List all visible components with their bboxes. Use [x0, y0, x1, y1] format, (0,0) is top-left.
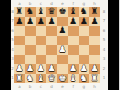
white-pawn: ♟	[91, 64, 99, 73]
square-b1[interactable]: ♞	[25, 74, 36, 84]
white-rook: ♜	[15, 74, 23, 83]
white-pawn: ♟	[15, 64, 23, 73]
square-e2[interactable]	[57, 64, 68, 74]
square-f6[interactable]	[68, 26, 79, 36]
file-label-b: b	[25, 0, 36, 7]
rank-label-7: 7	[100, 17, 108, 27]
file-label-e: e	[57, 0, 68, 7]
file-label-f: f	[68, 83, 79, 90]
square-e7[interactable]	[57, 17, 68, 27]
rank-label-5: 5	[100, 36, 108, 46]
chess-board: ♜♞♝♛♚♝♞♜♟♟♟♟♟♟♟♟♟♟♟♟♟♟♟♟♜♞♝♛♚♝♞♜	[14, 7, 100, 83]
square-a3[interactable]	[14, 55, 25, 65]
square-f7[interactable]: ♟	[68, 17, 79, 27]
square-g5[interactable]	[79, 36, 90, 46]
white-pawn: ♟	[58, 45, 66, 54]
square-f4[interactable]	[68, 45, 79, 55]
black-king: ♚	[58, 7, 66, 16]
black-queen: ♛	[48, 7, 56, 16]
white-knight: ♞	[80, 74, 88, 83]
square-e4[interactable]: ♟	[57, 45, 68, 55]
square-c3[interactable]	[36, 55, 47, 65]
chess-board-frame: abcdefgh 87654321 ♜♞♝♛♚♝♞♜♟♟♟♟♟♟♟♟♟♟♟♟♟♟…	[11, 0, 108, 90]
square-d5[interactable]	[46, 36, 57, 46]
square-e1[interactable]: ♚	[57, 74, 68, 84]
rank-label-2: 2	[100, 64, 108, 74]
square-h2[interactable]: ♟	[89, 64, 100, 74]
right-edge-highlight	[119, 0, 120, 90]
white-pawn: ♟	[26, 64, 34, 73]
square-c2[interactable]: ♟	[36, 64, 47, 74]
file-labels-bottom: abcdefgh	[14, 83, 100, 90]
square-h7[interactable]: ♟	[89, 17, 100, 27]
square-c5[interactable]	[36, 36, 47, 46]
white-knight: ♞	[26, 74, 34, 83]
square-f8[interactable]: ♝	[68, 7, 79, 17]
square-b6[interactable]	[25, 26, 36, 36]
white-bishop: ♝	[37, 74, 45, 83]
rank-label-6: 6	[100, 26, 108, 36]
black-knight: ♞	[26, 7, 34, 16]
file-label-g: g	[79, 0, 90, 7]
square-f5[interactable]	[68, 36, 79, 46]
file-label-c: c	[36, 83, 47, 90]
square-g3[interactable]	[79, 55, 90, 65]
black-pawn: ♟	[58, 26, 66, 35]
file-label-d: d	[46, 83, 57, 90]
square-f3[interactable]	[68, 55, 79, 65]
black-pawn: ♟	[48, 17, 56, 26]
square-g6[interactable]	[79, 26, 90, 36]
square-a5[interactable]	[14, 36, 25, 46]
square-g8[interactable]: ♞	[79, 7, 90, 17]
black-pawn: ♟	[80, 17, 88, 26]
file-label-g: g	[79, 83, 90, 90]
square-g7[interactable]: ♟	[79, 17, 90, 27]
black-rook: ♜	[91, 7, 99, 16]
white-pawn: ♟	[69, 64, 77, 73]
black-pawn: ♟	[37, 17, 45, 26]
square-h4[interactable]	[89, 45, 100, 55]
black-bishop: ♝	[37, 7, 45, 16]
white-pawn: ♟	[37, 64, 45, 73]
square-a7[interactable]: ♟	[14, 17, 25, 27]
white-pawn: ♟	[48, 64, 56, 73]
square-b8[interactable]: ♞	[25, 7, 36, 17]
square-h1[interactable]: ♜	[89, 74, 100, 84]
letterbox-left	[0, 0, 11, 90]
black-knight: ♞	[80, 7, 88, 16]
square-d6[interactable]	[46, 26, 57, 36]
square-c1[interactable]: ♝	[36, 74, 47, 84]
square-a8[interactable]: ♜	[14, 7, 25, 17]
square-b3[interactable]	[25, 55, 36, 65]
black-bishop: ♝	[69, 7, 77, 16]
square-c6[interactable]	[36, 26, 47, 36]
square-c7[interactable]: ♟	[36, 17, 47, 27]
square-e8[interactable]: ♚	[57, 7, 68, 17]
square-b5[interactable]	[25, 36, 36, 46]
square-d3[interactable]	[46, 55, 57, 65]
file-label-c: c	[36, 0, 47, 7]
square-d8[interactable]: ♛	[46, 7, 57, 17]
square-d1[interactable]: ♛	[46, 74, 57, 84]
square-h3[interactable]	[89, 55, 100, 65]
video-frame: abcdefgh 87654321 ♜♞♝♛♚♝♞♜♟♟♟♟♟♟♟♟♟♟♟♟♟♟…	[0, 0, 120, 90]
square-c8[interactable]: ♝	[36, 7, 47, 17]
file-label-d: d	[46, 0, 57, 7]
square-d2[interactable]: ♟	[46, 64, 57, 74]
black-pawn: ♟	[15, 17, 23, 26]
white-queen: ♛	[48, 74, 56, 83]
square-g1[interactable]: ♞	[79, 74, 90, 84]
file-label-h: h	[89, 0, 100, 7]
rank-label-8: 8	[100, 7, 108, 17]
white-king: ♚	[58, 74, 66, 83]
file-labels-top: abcdefgh	[14, 0, 100, 7]
square-a1[interactable]: ♜	[14, 74, 25, 84]
square-b7[interactable]: ♟	[25, 17, 36, 27]
square-c4[interactable]	[36, 45, 47, 55]
square-h8[interactable]: ♜	[89, 7, 100, 17]
square-d4[interactable]	[46, 45, 57, 55]
black-rook: ♜	[15, 7, 23, 16]
rank-label-3: 3	[100, 55, 108, 65]
file-label-f: f	[68, 0, 79, 7]
rank-label-4: 4	[100, 45, 108, 55]
file-label-b: b	[25, 83, 36, 90]
rank-labels-right: 87654321	[100, 7, 108, 83]
white-pawn: ♟	[80, 64, 88, 73]
square-a2[interactable]: ♟	[14, 64, 25, 74]
square-g4[interactable]	[79, 45, 90, 55]
black-pawn: ♟	[26, 17, 34, 26]
square-e3[interactable]	[57, 55, 68, 65]
square-h5[interactable]	[89, 36, 100, 46]
square-f1[interactable]: ♝	[68, 74, 79, 84]
file-label-a: a	[14, 0, 25, 7]
square-g2[interactable]: ♟	[79, 64, 90, 74]
white-rook: ♜	[91, 74, 99, 83]
square-a4[interactable]	[14, 45, 25, 55]
file-label-e: e	[57, 83, 68, 90]
rank-label-1: 1	[100, 74, 108, 84]
square-b2[interactable]: ♟	[25, 64, 36, 74]
black-pawn: ♟	[91, 17, 99, 26]
square-h6[interactable]	[89, 26, 100, 36]
black-pawn: ♟	[69, 17, 77, 26]
file-label-h: h	[89, 83, 100, 90]
square-e6[interactable]: ♟	[57, 26, 68, 36]
square-f2[interactable]: ♟	[68, 64, 79, 74]
white-bishop: ♝	[69, 74, 77, 83]
file-label-a: a	[14, 83, 25, 90]
square-e5[interactable]	[57, 36, 68, 46]
square-a6[interactable]	[14, 26, 25, 36]
square-b4[interactable]	[25, 45, 36, 55]
square-d7[interactable]: ♟	[46, 17, 57, 27]
